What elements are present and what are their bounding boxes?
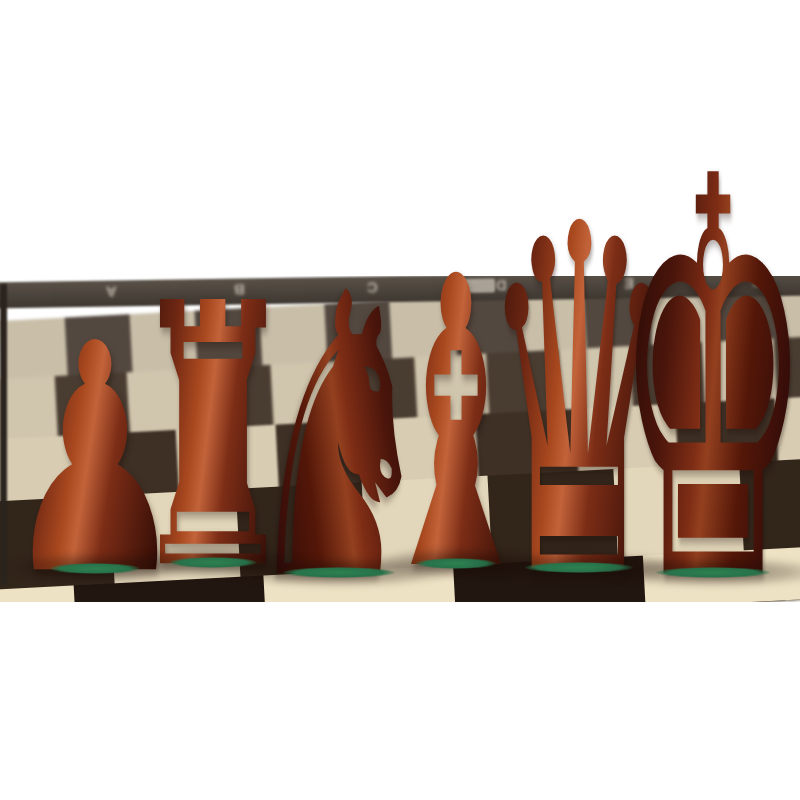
- green-felt-base: [656, 567, 770, 578]
- pieces-row: ♟ ♜ ♞ ♝ ♛ ♚: [0, 0, 800, 800]
- product-photo-chess-pieces: ABCDEF ♟ ♜ ♞ ♝ ♛ ♚: [0, 0, 800, 800]
